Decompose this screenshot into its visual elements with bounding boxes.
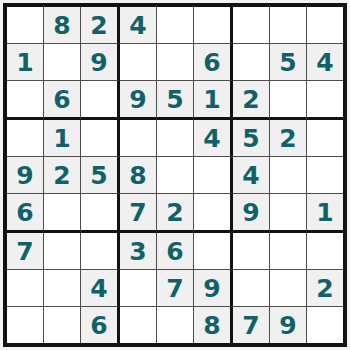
- sudoku-cell-r7c5[interactable]: 6: [157, 233, 194, 270]
- sudoku-cell-r4c2[interactable]: 1: [44, 120, 81, 157]
- sudoku-cell-r3c4[interactable]: 9: [120, 81, 157, 120]
- sudoku-cell-r8c6[interactable]: 9: [194, 270, 233, 307]
- sudoku-cell-r9c4[interactable]: [120, 307, 157, 343]
- sudoku-cell-r6c7[interactable]: 9: [233, 194, 270, 233]
- sudoku-cell-r8c3[interactable]: 4: [81, 270, 120, 307]
- sudoku-cell-r7c7[interactable]: [233, 233, 270, 270]
- sudoku-cell-r4c8[interactable]: 2: [270, 120, 307, 157]
- sudoku-cell-r8c9[interactable]: 2: [307, 270, 343, 307]
- sudoku-cell-r2c3[interactable]: 9: [81, 44, 120, 81]
- sudoku-cell-r5c4[interactable]: 8: [120, 157, 157, 194]
- sudoku-cell-r5c3[interactable]: 5: [81, 157, 120, 194]
- sudoku-cell-r8c7[interactable]: [233, 270, 270, 307]
- sudoku-cell-r5c6[interactable]: [194, 157, 233, 194]
- sudoku-cell-r7c4[interactable]: 3: [120, 233, 157, 270]
- sudoku-cell-r8c5[interactable]: 7: [157, 270, 194, 307]
- sudoku-cell-r1c1[interactable]: [7, 7, 44, 44]
- sudoku-cell-r4c7[interactable]: 5: [233, 120, 270, 157]
- sudoku-cell-r6c2[interactable]: [44, 194, 81, 233]
- sudoku-cell-r7c2[interactable]: [44, 233, 81, 270]
- sudoku-cell-r2c1[interactable]: 1: [7, 44, 44, 81]
- sudoku-cell-r1c7[interactable]: [233, 7, 270, 44]
- sudoku-cell-r5c1[interactable]: 9: [7, 157, 44, 194]
- sudoku-cell-r1c3[interactable]: 2: [81, 7, 120, 44]
- sudoku-cell-r9c3[interactable]: 6: [81, 307, 120, 343]
- sudoku-cell-r4c1[interactable]: [7, 120, 44, 157]
- sudoku-cell-r8c2[interactable]: [44, 270, 81, 307]
- sudoku-cell-r3c7[interactable]: 2: [233, 81, 270, 120]
- sudoku-cell-r3c9[interactable]: [307, 81, 343, 120]
- sudoku-cell-r9c6[interactable]: 8: [194, 307, 233, 343]
- sudoku-cell-r9c5[interactable]: [157, 307, 194, 343]
- sudoku-cell-r7c9[interactable]: [307, 233, 343, 270]
- sudoku-cell-r5c8[interactable]: [270, 157, 307, 194]
- sudoku-cell-r8c8[interactable]: [270, 270, 307, 307]
- sudoku-cell-r1c9[interactable]: [307, 7, 343, 44]
- sudoku-cell-r9c1[interactable]: [7, 307, 44, 343]
- sudoku-cell-r9c2[interactable]: [44, 307, 81, 343]
- sudoku-cell-r7c6[interactable]: [194, 233, 233, 270]
- sudoku-cell-r6c4[interactable]: 7: [120, 194, 157, 233]
- sudoku-cell-r1c4[interactable]: 4: [120, 7, 157, 44]
- sudoku-board: 82419654695121452925846729173647926879: [3, 3, 347, 347]
- sudoku-cell-r2c4[interactable]: [120, 44, 157, 81]
- sudoku-cell-r3c3[interactable]: [81, 81, 120, 120]
- sudoku-cell-r6c6[interactable]: [194, 194, 233, 233]
- sudoku-cell-r7c8[interactable]: [270, 233, 307, 270]
- sudoku-cell-r3c8[interactable]: [270, 81, 307, 120]
- sudoku-cell-r1c5[interactable]: [157, 7, 194, 44]
- sudoku-cell-r2c8[interactable]: 5: [270, 44, 307, 81]
- sudoku-cell-r3c6[interactable]: 1: [194, 81, 233, 120]
- sudoku-cell-r3c2[interactable]: 6: [44, 81, 81, 120]
- sudoku-cell-r9c8[interactable]: 9: [270, 307, 307, 343]
- sudoku-cell-r6c8[interactable]: [270, 194, 307, 233]
- sudoku-cell-r2c9[interactable]: 4: [307, 44, 343, 81]
- sudoku-cell-r4c6[interactable]: 4: [194, 120, 233, 157]
- sudoku-cell-r3c1[interactable]: [7, 81, 44, 120]
- sudoku-cell-r1c6[interactable]: [194, 7, 233, 44]
- sudoku-cell-r8c1[interactable]: [7, 270, 44, 307]
- sudoku-cell-r4c5[interactable]: [157, 120, 194, 157]
- sudoku-cell-r5c7[interactable]: 4: [233, 157, 270, 194]
- sudoku-page: 82419654695121452925846729173647926879: [0, 0, 350, 350]
- sudoku-cell-r2c7[interactable]: [233, 44, 270, 81]
- sudoku-cell-r5c9[interactable]: [307, 157, 343, 194]
- sudoku-cell-r3c5[interactable]: 5: [157, 81, 194, 120]
- sudoku-cell-r7c1[interactable]: 7: [7, 233, 44, 270]
- sudoku-cell-r6c1[interactable]: 6: [7, 194, 44, 233]
- sudoku-cell-r9c9[interactable]: [307, 307, 343, 343]
- sudoku-cell-r6c9[interactable]: 1: [307, 194, 343, 233]
- sudoku-cell-r5c5[interactable]: [157, 157, 194, 194]
- sudoku-cell-r1c2[interactable]: 8: [44, 7, 81, 44]
- sudoku-cell-r8c4[interactable]: [120, 270, 157, 307]
- sudoku-cell-r2c6[interactable]: 6: [194, 44, 233, 81]
- sudoku-cell-r2c2[interactable]: [44, 44, 81, 81]
- sudoku-cell-r6c5[interactable]: 2: [157, 194, 194, 233]
- sudoku-cell-r4c9[interactable]: [307, 120, 343, 157]
- sudoku-cell-r4c3[interactable]: [81, 120, 120, 157]
- sudoku-cell-r4c4[interactable]: [120, 120, 157, 157]
- sudoku-cell-r7c3[interactable]: [81, 233, 120, 270]
- sudoku-cell-r9c7[interactable]: 7: [233, 307, 270, 343]
- sudoku-cell-r2c5[interactable]: [157, 44, 194, 81]
- sudoku-cell-r1c8[interactable]: [270, 7, 307, 44]
- sudoku-cell-r6c3[interactable]: [81, 194, 120, 233]
- sudoku-cell-r5c2[interactable]: 2: [44, 157, 81, 194]
